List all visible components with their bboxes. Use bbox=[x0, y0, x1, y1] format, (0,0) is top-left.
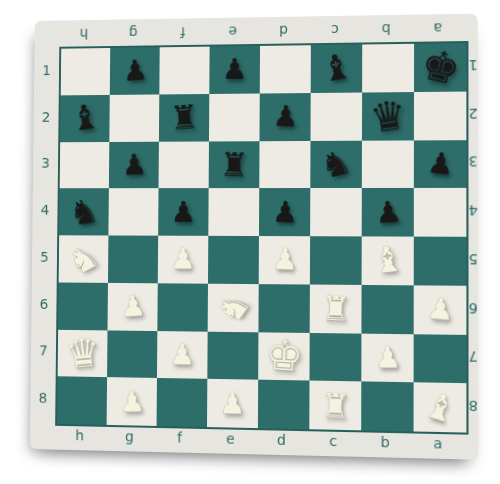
square-d5[interactable]: ♟ bbox=[259, 236, 310, 284]
black-bishop-c1[interactable]: ♝ bbox=[318, 49, 355, 89]
square-c8[interactable]: ♜ bbox=[309, 381, 361, 431]
black-bishop-h2[interactable]: ♝ bbox=[68, 99, 102, 137]
square-h7[interactable]: ♛ bbox=[58, 329, 108, 377]
black-rook-f2[interactable]: ♜ bbox=[169, 100, 200, 135]
file-label-h: h bbox=[59, 22, 108, 46]
rank-label-8: 8 bbox=[32, 374, 54, 422]
square-f5[interactable]: ♟ bbox=[158, 236, 209, 284]
square-d2[interactable]: ♟ bbox=[259, 93, 310, 141]
file-label-d: d bbox=[258, 18, 309, 43]
rank-label-1: 1 bbox=[36, 47, 58, 94]
black-rook-e3[interactable]: ♜ bbox=[219, 148, 250, 182]
file-label-a: a bbox=[412, 16, 464, 41]
square-c5[interactable] bbox=[310, 236, 362, 284]
black-knight-h4[interactable]: ♞ bbox=[67, 193, 101, 231]
square-d8[interactable] bbox=[258, 380, 310, 429]
square-h2[interactable]: ♝ bbox=[60, 95, 110, 142]
square-a3[interactable]: ♟ bbox=[414, 140, 467, 189]
black-pawn-d2[interactable]: ♟ bbox=[272, 102, 299, 132]
square-g2[interactable] bbox=[109, 94, 159, 141]
rank-labels-left: 12345678 bbox=[32, 47, 57, 422]
square-d1[interactable] bbox=[260, 45, 311, 93]
square-e3[interactable]: ♜ bbox=[209, 141, 260, 189]
black-pawn-d4[interactable]: ♟ bbox=[271, 197, 298, 227]
square-b5[interactable]: ♝ bbox=[362, 236, 414, 285]
white-pawn-a6[interactable]: ♟ bbox=[426, 294, 455, 326]
square-b1[interactable] bbox=[362, 44, 414, 93]
chess-board-grid: ♟♟♝♚♝♜♟♛♟♜♞♟♞♟♟♟♞♟♟♝♟♞♜♟♛♟♚♟♟♟♜♝ bbox=[55, 41, 468, 435]
square-c2[interactable] bbox=[310, 92, 362, 140]
square-d3[interactable] bbox=[259, 140, 310, 188]
square-c3[interactable]: ♞ bbox=[310, 140, 362, 188]
square-b6[interactable] bbox=[361, 285, 413, 334]
square-f4[interactable]: ♟ bbox=[158, 188, 209, 235]
black-pawn-e1[interactable]: ♟ bbox=[222, 55, 248, 84]
square-e1[interactable]: ♟ bbox=[209, 46, 260, 94]
square-a7[interactable] bbox=[414, 334, 467, 384]
file-label-b: b bbox=[360, 17, 412, 42]
black-knight-c3[interactable]: ♞ bbox=[317, 144, 355, 185]
square-f1[interactable] bbox=[159, 47, 209, 95]
square-b8[interactable] bbox=[361, 382, 413, 432]
square-e6[interactable]: ♞ bbox=[208, 283, 259, 331]
square-d7[interactable]: ♚ bbox=[258, 332, 310, 381]
rank-label-7: 7 bbox=[33, 327, 55, 374]
file-label-f: f bbox=[158, 20, 208, 44]
square-c6[interactable]: ♜ bbox=[310, 284, 362, 333]
square-c1[interactable]: ♝ bbox=[311, 45, 363, 93]
white-pawn-g8[interactable]: ♟ bbox=[118, 387, 145, 417]
white-knight-h5[interactable]: ♞ bbox=[63, 237, 104, 281]
square-f8[interactable] bbox=[157, 378, 208, 427]
square-c7[interactable] bbox=[309, 332, 361, 381]
file-label-g: g bbox=[108, 21, 158, 45]
white-pawn-f7[interactable]: ♟ bbox=[169, 340, 195, 369]
black-queen-b2[interactable]: ♛ bbox=[367, 93, 409, 138]
white-rook-c8[interactable]: ♜ bbox=[320, 388, 351, 423]
square-b7[interactable]: ♟ bbox=[361, 333, 413, 382]
white-queen-h7[interactable]: ♛ bbox=[63, 332, 101, 375]
chess-board-photo: hgfedcba 12345678 12345678 hgfedcba ♟♟♝♚… bbox=[0, 0, 500, 484]
square-g8[interactable]: ♟ bbox=[107, 377, 157, 426]
square-h4[interactable]: ♞ bbox=[59, 188, 109, 235]
vinyl-chess-mat: hgfedcba 12345678 12345678 hgfedcba ♟♟♝♚… bbox=[30, 14, 478, 460]
square-g6[interactable]: ♟ bbox=[108, 283, 158, 331]
square-h8[interactable] bbox=[57, 377, 107, 425]
square-a8[interactable]: ♝ bbox=[414, 383, 467, 433]
square-e4[interactable] bbox=[208, 188, 259, 236]
square-d6[interactable] bbox=[258, 284, 309, 333]
square-b4[interactable]: ♟ bbox=[362, 188, 414, 236]
black-pawn-f4[interactable]: ♟ bbox=[170, 198, 196, 227]
rank-label-6: 6 bbox=[33, 280, 55, 327]
square-a5[interactable] bbox=[414, 237, 467, 286]
black-pawn-a3[interactable]: ♟ bbox=[425, 148, 455, 180]
rank-label-4: 4 bbox=[34, 187, 56, 234]
square-a4[interactable] bbox=[414, 188, 467, 237]
square-a2[interactable] bbox=[414, 91, 466, 140]
square-f3[interactable] bbox=[159, 141, 209, 188]
square-h5[interactable]: ♞ bbox=[59, 235, 109, 282]
square-e7[interactable] bbox=[207, 331, 258, 380]
square-g3[interactable]: ♟ bbox=[109, 141, 159, 188]
black-pawn-g3[interactable]: ♟ bbox=[121, 150, 147, 180]
white-bishop-b5[interactable]: ♝ bbox=[369, 241, 406, 280]
square-g4[interactable] bbox=[108, 188, 158, 235]
square-b3[interactable] bbox=[362, 140, 414, 188]
black-king-a1[interactable]: ♚ bbox=[416, 43, 464, 93]
white-pawn-f5[interactable]: ♟ bbox=[170, 245, 196, 274]
square-a6[interactable]: ♟ bbox=[414, 285, 467, 334]
white-pawn-d5[interactable]: ♟ bbox=[271, 245, 298, 275]
black-pawn-g1[interactable]: ♟ bbox=[121, 56, 148, 86]
square-e8[interactable]: ♟ bbox=[207, 379, 258, 428]
square-g7[interactable] bbox=[107, 330, 157, 378]
white-pawn-e8[interactable]: ♟ bbox=[219, 389, 245, 419]
white-knight-e6[interactable]: ♞ bbox=[211, 285, 256, 330]
square-f7[interactable]: ♟ bbox=[157, 331, 208, 379]
square-a1[interactable]: ♚ bbox=[414, 43, 466, 92]
black-pawn-b4[interactable]: ♟ bbox=[373, 197, 402, 228]
white-pawn-g6[interactable]: ♟ bbox=[119, 291, 146, 321]
white-pawn-b7[interactable]: ♟ bbox=[374, 343, 402, 373]
square-c4[interactable] bbox=[310, 188, 362, 236]
file-label-c: c bbox=[309, 18, 360, 43]
square-f6[interactable] bbox=[157, 283, 208, 331]
square-h6[interactable] bbox=[58, 282, 108, 330]
rank-label-3: 3 bbox=[35, 140, 57, 187]
square-f2[interactable]: ♜ bbox=[159, 94, 209, 142]
white-bishop-a8[interactable]: ♝ bbox=[419, 386, 460, 430]
square-h3[interactable] bbox=[60, 141, 110, 188]
square-g1[interactable]: ♟ bbox=[110, 47, 160, 94]
file-label-e: e bbox=[208, 19, 259, 43]
white-rook-c6[interactable]: ♜ bbox=[320, 291, 351, 326]
square-g5[interactable] bbox=[108, 235, 158, 283]
square-e2[interactable] bbox=[209, 93, 260, 141]
square-e5[interactable] bbox=[208, 236, 259, 284]
rank-label-5: 5 bbox=[34, 233, 56, 280]
rank-label-2: 2 bbox=[35, 93, 57, 140]
square-h1[interactable] bbox=[61, 48, 111, 95]
white-king-d7[interactable]: ♚ bbox=[264, 334, 304, 379]
square-d4[interactable]: ♟ bbox=[259, 188, 310, 236]
square-b2[interactable]: ♛ bbox=[362, 92, 414, 140]
